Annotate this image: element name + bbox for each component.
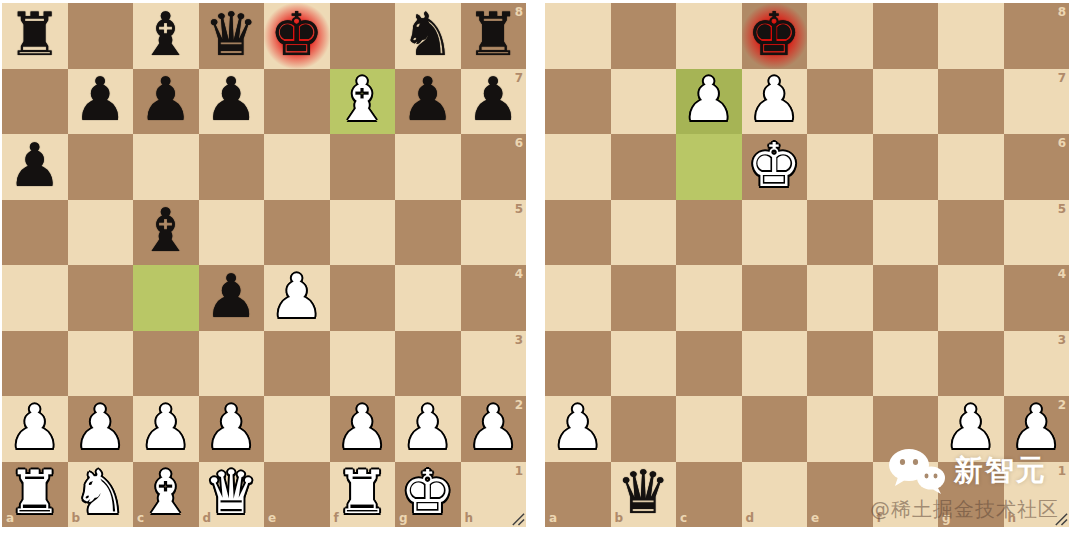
square-c3[interactable] — [133, 331, 199, 397]
square-f3[interactable] — [330, 331, 396, 397]
file-label-h: h — [465, 512, 474, 524]
piece-white-pawn[interactable]: ♟ — [944, 397, 998, 457]
piece-black-knight[interactable]: ♞ — [401, 4, 455, 64]
right-board-container: ♚8♟♟7♚6543♟♟♟2a♛bcdefgh1 新智元 @稀土掘金技术 — [545, 3, 1069, 527]
piece-black-bishop[interactable]: ♝ — [139, 4, 193, 64]
file-label-h: h — [1008, 512, 1017, 524]
square-e5[interactable] — [807, 200, 873, 266]
piece-white-pawn[interactable]: ♟ — [747, 69, 801, 129]
square-a7[interactable] — [545, 69, 611, 135]
file-label-g: g — [942, 512, 951, 524]
square-d1[interactable]: d — [742, 462, 808, 528]
board-resize-handle[interactable] — [510, 511, 525, 526]
file-label-b: b — [72, 512, 81, 524]
piece-white-pawn[interactable]: ♟ — [73, 397, 127, 457]
square-b1[interactable]: ♞b — [68, 462, 134, 528]
square-d8[interactable]: ♚ — [742, 3, 808, 69]
piece-black-bishop[interactable]: ♝ — [139, 200, 193, 260]
square-e4[interactable] — [807, 265, 873, 331]
square-h7[interactable]: ♟7 — [461, 69, 527, 135]
piece-black-rook[interactable]: ♜ — [466, 4, 520, 64]
square-e5[interactable] — [264, 200, 330, 266]
square-f8[interactable] — [873, 3, 939, 69]
square-g4[interactable] — [395, 265, 461, 331]
piece-black-pawn[interactable]: ♟ — [204, 69, 258, 129]
square-g3[interactable] — [395, 331, 461, 397]
square-c3[interactable] — [676, 331, 742, 397]
square-d7[interactable]: ♟ — [742, 69, 808, 135]
square-c4[interactable] — [676, 265, 742, 331]
piece-white-bishop[interactable]: ♝ — [139, 462, 193, 522]
square-b2[interactable]: ♟ — [68, 396, 134, 462]
square-a5[interactable] — [2, 200, 68, 266]
square-f4[interactable] — [873, 265, 939, 331]
square-g6[interactable] — [938, 134, 1004, 200]
file-label-f: f — [334, 512, 339, 524]
square-a3[interactable] — [545, 331, 611, 397]
rank-label-1: 1 — [1058, 465, 1066, 477]
piece-white-knight[interactable]: ♞ — [73, 462, 127, 522]
square-h8[interactable]: 8 — [1004, 3, 1070, 69]
square-c6[interactable] — [676, 134, 742, 200]
square-d6[interactable] — [199, 134, 265, 200]
square-a7[interactable] — [2, 69, 68, 135]
square-a8[interactable]: ♜ — [2, 3, 68, 69]
square-g6[interactable] — [395, 134, 461, 200]
square-a6[interactable]: ♟ — [2, 134, 68, 200]
square-h3[interactable]: 3 — [461, 331, 527, 397]
square-e6[interactable] — [807, 134, 873, 200]
square-f1[interactable]: f — [873, 462, 939, 528]
square-e7[interactable] — [807, 69, 873, 135]
piece-black-pawn[interactable]: ♟ — [466, 69, 520, 129]
square-d6[interactable]: ♚ — [742, 134, 808, 200]
square-b5[interactable] — [611, 200, 677, 266]
square-a2[interactable]: ♟ — [2, 396, 68, 462]
square-e8[interactable] — [807, 3, 873, 69]
square-h5[interactable]: 5 — [1004, 200, 1070, 266]
square-c6[interactable] — [133, 134, 199, 200]
piece-white-rook[interactable]: ♜ — [335, 462, 389, 522]
rank-label-7: 7 — [515, 72, 523, 84]
square-b5[interactable] — [68, 200, 134, 266]
rank-label-6: 6 — [515, 137, 523, 149]
square-g5[interactable] — [938, 200, 1004, 266]
square-e6[interactable] — [264, 134, 330, 200]
rank-label-5: 5 — [1058, 203, 1066, 215]
square-h2[interactable]: ♟2 — [1004, 396, 1070, 462]
square-d2[interactable] — [742, 396, 808, 462]
piece-white-pawn[interactable]: ♟ — [1009, 397, 1063, 457]
square-f5[interactable] — [330, 200, 396, 266]
square-e3[interactable] — [807, 331, 873, 397]
square-d5[interactable] — [199, 200, 265, 266]
rank-label-3: 3 — [515, 334, 523, 346]
file-label-a: a — [6, 512, 14, 524]
square-g8[interactable] — [938, 3, 1004, 69]
square-d1[interactable]: ♛d — [199, 462, 265, 528]
square-b3[interactable] — [611, 331, 677, 397]
piece-white-pawn[interactable]: ♟ — [466, 397, 520, 457]
square-d4[interactable] — [742, 265, 808, 331]
rank-label-2: 2 — [1058, 399, 1066, 411]
square-g1[interactable]: g — [938, 462, 1004, 528]
piece-black-king[interactable]: ♚ — [270, 4, 324, 64]
square-b2[interactable] — [611, 396, 677, 462]
square-g8[interactable]: ♞ — [395, 3, 461, 69]
piece-black-rook[interactable]: ♜ — [8, 4, 62, 64]
file-label-f: f — [877, 512, 882, 524]
piece-white-bishop[interactable]: ♝ — [335, 69, 389, 129]
rank-label-8: 8 — [515, 6, 523, 18]
square-a1[interactable]: a — [545, 462, 611, 528]
square-a5[interactable] — [545, 200, 611, 266]
piece-black-pawn[interactable]: ♟ — [139, 69, 193, 129]
square-b8[interactable] — [68, 3, 134, 69]
piece-white-king[interactable]: ♚ — [401, 462, 455, 522]
piece-black-queen[interactable]: ♛ — [204, 4, 258, 64]
square-h5[interactable]: 5 — [461, 200, 527, 266]
square-e1[interactable]: e — [807, 462, 873, 528]
piece-black-king[interactable]: ♚ — [747, 4, 801, 64]
square-h7[interactable]: 7 — [1004, 69, 1070, 135]
square-g3[interactable] — [938, 331, 1004, 397]
square-f7[interactable]: ♝ — [330, 69, 396, 135]
square-c8[interactable] — [676, 3, 742, 69]
square-g4[interactable] — [938, 265, 1004, 331]
square-a8[interactable] — [545, 3, 611, 69]
square-f7[interactable] — [873, 69, 939, 135]
square-f3[interactable] — [873, 331, 939, 397]
right-chess-board: ♚8♟♟7♚6543♟♟♟2a♛bcdefgh1 — [545, 3, 1069, 527]
square-a2[interactable]: ♟ — [545, 396, 611, 462]
square-h2[interactable]: ♟2 — [461, 396, 527, 462]
square-f6[interactable] — [873, 134, 939, 200]
piece-white-pawn[interactable]: ♟ — [139, 397, 193, 457]
square-e8[interactable]: ♚ — [264, 3, 330, 69]
square-d3[interactable] — [199, 331, 265, 397]
square-b1[interactable]: ♛b — [611, 462, 677, 528]
piece-white-queen[interactable]: ♛ — [204, 462, 258, 522]
square-e2[interactable] — [807, 396, 873, 462]
rank-label-7: 7 — [1058, 72, 1066, 84]
square-d4[interactable]: ♟ — [199, 265, 265, 331]
rank-label-3: 3 — [1058, 334, 1066, 346]
rank-label-2: 2 — [515, 399, 523, 411]
square-f2[interactable] — [873, 396, 939, 462]
square-a1[interactable]: ♜a — [2, 462, 68, 528]
board-resize-handle[interactable] — [1053, 511, 1068, 526]
square-g7[interactable] — [938, 69, 1004, 135]
square-f8[interactable] — [330, 3, 396, 69]
left-chess-board: ♜♝♛♚♞♜8♟♟♟♝♟♟7♟6♝5♟♟43♟♟♟♟♟♟♟2♜a♞b♝c♛de♜… — [2, 3, 526, 527]
file-label-c: c — [137, 512, 144, 524]
square-a4[interactable] — [2, 265, 68, 331]
square-d2[interactable]: ♟ — [199, 396, 265, 462]
file-label-d: d — [746, 512, 755, 524]
square-d8[interactable]: ♛ — [199, 3, 265, 69]
file-label-a: a — [549, 512, 557, 524]
piece-white-pawn[interactable]: ♟ — [8, 397, 62, 457]
square-b8[interactable] — [611, 3, 677, 69]
piece-white-rook[interactable]: ♜ — [8, 462, 62, 522]
piece-white-king[interactable]: ♚ — [747, 135, 801, 195]
rank-label-8: 8 — [1058, 6, 1066, 18]
piece-black-pawn[interactable]: ♟ — [401, 69, 455, 129]
piece-white-pawn[interactable]: ♟ — [551, 397, 605, 457]
square-b6[interactable] — [68, 134, 134, 200]
rank-label-1: 1 — [515, 465, 523, 477]
square-c5[interactable] — [676, 200, 742, 266]
square-f2[interactable]: ♟ — [330, 396, 396, 462]
piece-white-pawn[interactable]: ♟ — [335, 397, 389, 457]
file-label-e: e — [811, 512, 819, 524]
square-c7[interactable]: ♟ — [676, 69, 742, 135]
square-h4[interactable]: 4 — [1004, 265, 1070, 331]
square-f5[interactable] — [873, 200, 939, 266]
left-board-container: ♜♝♛♚♞♜8♟♟♟♝♟♟7♟6♝5♟♟43♟♟♟♟♟♟♟2♜a♞b♝c♛de♜… — [2, 3, 526, 527]
piece-black-pawn[interactable]: ♟ — [8, 135, 62, 195]
square-c1[interactable]: ♝c — [133, 462, 199, 528]
piece-black-pawn[interactable]: ♟ — [204, 266, 258, 326]
square-g2[interactable]: ♟ — [395, 396, 461, 462]
square-h4[interactable]: 4 — [461, 265, 527, 331]
rank-label-6: 6 — [1058, 137, 1066, 149]
piece-white-pawn[interactable]: ♟ — [401, 397, 455, 457]
square-f6[interactable] — [330, 134, 396, 200]
square-g5[interactable] — [395, 200, 461, 266]
square-b3[interactable] — [68, 331, 134, 397]
square-d5[interactable] — [742, 200, 808, 266]
square-d7[interactable]: ♟ — [199, 69, 265, 135]
rank-label-5: 5 — [515, 203, 523, 215]
file-label-e: e — [268, 512, 276, 524]
square-c8[interactable]: ♝ — [133, 3, 199, 69]
square-g7[interactable]: ♟ — [395, 69, 461, 135]
file-label-d: d — [203, 512, 212, 524]
piece-black-queen[interactable]: ♛ — [616, 462, 670, 522]
square-b7[interactable] — [611, 69, 677, 135]
piece-white-pawn[interactable]: ♟ — [682, 69, 736, 129]
square-b6[interactable] — [611, 134, 677, 200]
piece-white-pawn[interactable]: ♟ — [204, 397, 258, 457]
file-label-b: b — [615, 512, 624, 524]
piece-white-pawn[interactable]: ♟ — [270, 266, 324, 326]
square-h6[interactable]: 6 — [1004, 134, 1070, 200]
file-label-g: g — [399, 512, 408, 524]
square-h6[interactable]: 6 — [461, 134, 527, 200]
square-g2[interactable]: ♟ — [938, 396, 1004, 462]
square-e3[interactable] — [264, 331, 330, 397]
square-b7[interactable]: ♟ — [68, 69, 134, 135]
page: ♜♝♛♚♞♜8♟♟♟♝♟♟7♟6♝5♟♟43♟♟♟♟♟♟♟2♜a♞b♝c♛de♜… — [0, 0, 1080, 527]
square-f1[interactable]: ♜f — [330, 462, 396, 528]
square-b4[interactable] — [611, 265, 677, 331]
square-c5[interactable]: ♝ — [133, 200, 199, 266]
square-e7[interactable] — [264, 69, 330, 135]
square-e2[interactable] — [264, 396, 330, 462]
square-c1[interactable]: c — [676, 462, 742, 528]
square-a6[interactable] — [545, 134, 611, 200]
rank-label-4: 4 — [515, 268, 523, 280]
square-e4[interactable]: ♟ — [264, 265, 330, 331]
square-b4[interactable] — [68, 265, 134, 331]
square-f4[interactable] — [330, 265, 396, 331]
square-c2[interactable] — [676, 396, 742, 462]
rank-label-4: 4 — [1058, 268, 1066, 280]
square-c7[interactable]: ♟ — [133, 69, 199, 135]
square-a4[interactable] — [545, 265, 611, 331]
square-c4[interactable] — [133, 265, 199, 331]
square-h8[interactable]: ♜8 — [461, 3, 527, 69]
file-label-c: c — [680, 512, 687, 524]
square-e1[interactable]: e — [264, 462, 330, 528]
piece-black-pawn[interactable]: ♟ — [73, 69, 127, 129]
square-d3[interactable] — [742, 331, 808, 397]
square-g1[interactable]: ♚g — [395, 462, 461, 528]
square-a3[interactable] — [2, 331, 68, 397]
square-c2[interactable]: ♟ — [133, 396, 199, 462]
square-h3[interactable]: 3 — [1004, 331, 1070, 397]
